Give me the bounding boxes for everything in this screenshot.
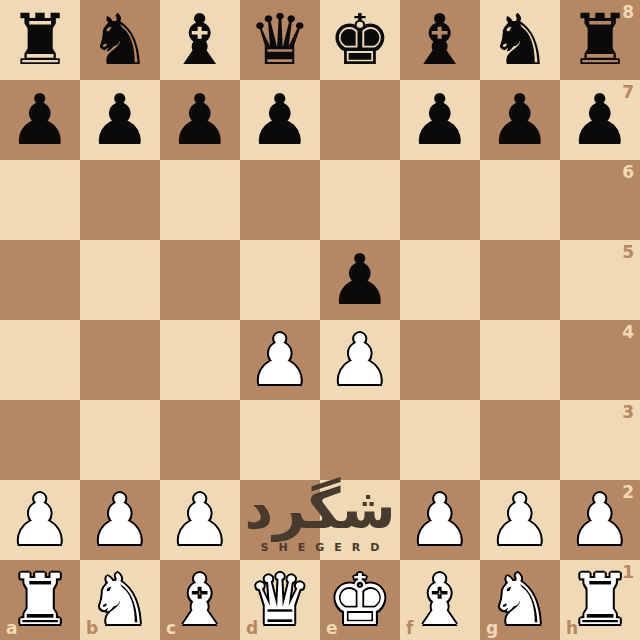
- square-g3[interactable]: [480, 400, 560, 480]
- rank-label-1: 1: [622, 564, 634, 581]
- square-h7[interactable]: ♟7: [560, 80, 640, 160]
- black-bishop: ♝: [160, 0, 240, 80]
- square-h1[interactable]: ♜1h: [560, 560, 640, 640]
- square-e1[interactable]: ♚e: [320, 560, 400, 640]
- square-d4[interactable]: ♟: [240, 320, 320, 400]
- square-b7[interactable]: ♟: [80, 80, 160, 160]
- rank-label-8: 8: [622, 4, 634, 21]
- square-b6[interactable]: [80, 160, 160, 240]
- black-knight: ♞: [80, 0, 160, 80]
- square-f2[interactable]: ♟: [400, 480, 480, 560]
- square-c3[interactable]: [160, 400, 240, 480]
- square-c7[interactable]: ♟: [160, 80, 240, 160]
- square-e7[interactable]: [320, 80, 400, 160]
- chess-board: ♜♞♝♛♚♝♞♜8♟♟♟♟♟♟♟76♟5♟♟43♟♟♟♟♟♟2♜a♞b♝c♛d♚…: [0, 0, 640, 640]
- black-knight: ♞: [480, 0, 560, 80]
- black-pawn: ♟: [240, 80, 320, 160]
- white-pawn: ♟: [0, 480, 80, 560]
- white-pawn: ♟: [240, 320, 320, 400]
- square-b5[interactable]: [80, 240, 160, 320]
- square-g2[interactable]: ♟: [480, 480, 560, 560]
- file-label-g: g: [486, 620, 498, 637]
- square-d2[interactable]: [240, 480, 320, 560]
- square-g6[interactable]: [480, 160, 560, 240]
- square-d3[interactable]: [240, 400, 320, 480]
- square-e6[interactable]: [320, 160, 400, 240]
- square-f1[interactable]: ♝f: [400, 560, 480, 640]
- black-pawn: ♟: [400, 80, 480, 160]
- white-pawn: ♟: [80, 480, 160, 560]
- black-pawn: ♟: [80, 80, 160, 160]
- square-g8[interactable]: ♞: [480, 0, 560, 80]
- square-e4[interactable]: ♟: [320, 320, 400, 400]
- square-d5[interactable]: [240, 240, 320, 320]
- black-bishop: ♝: [400, 0, 480, 80]
- square-e2[interactable]: [320, 480, 400, 560]
- square-c6[interactable]: [160, 160, 240, 240]
- square-a1[interactable]: ♜a: [0, 560, 80, 640]
- square-d1[interactable]: ♛d: [240, 560, 320, 640]
- square-c4[interactable]: [160, 320, 240, 400]
- square-h4[interactable]: 4: [560, 320, 640, 400]
- file-label-d: d: [246, 620, 258, 637]
- square-f8[interactable]: ♝: [400, 0, 480, 80]
- square-c8[interactable]: ♝: [160, 0, 240, 80]
- white-pawn: ♟: [160, 480, 240, 560]
- square-c1[interactable]: ♝c: [160, 560, 240, 640]
- rank-label-2: 2: [622, 484, 634, 501]
- black-rook: ♜: [0, 0, 80, 80]
- square-a8[interactable]: ♜: [0, 0, 80, 80]
- rank-label-7: 7: [622, 84, 634, 101]
- square-h3[interactable]: 3: [560, 400, 640, 480]
- square-c2[interactable]: ♟: [160, 480, 240, 560]
- black-pawn: ♟: [160, 80, 240, 160]
- white-pawn: ♟: [320, 320, 400, 400]
- square-a7[interactable]: ♟: [0, 80, 80, 160]
- rank-label-5: 5: [622, 244, 634, 261]
- square-g5[interactable]: [480, 240, 560, 320]
- square-b2[interactable]: ♟: [80, 480, 160, 560]
- square-a2[interactable]: ♟: [0, 480, 80, 560]
- square-b3[interactable]: [80, 400, 160, 480]
- black-pawn: ♟: [320, 240, 400, 320]
- square-e5[interactable]: ♟: [320, 240, 400, 320]
- file-label-e: e: [326, 620, 338, 637]
- white-pawn: ♟: [480, 480, 560, 560]
- square-b1[interactable]: ♞b: [80, 560, 160, 640]
- black-queen: ♛: [240, 0, 320, 80]
- square-g1[interactable]: ♞g: [480, 560, 560, 640]
- square-f7[interactable]: ♟: [400, 80, 480, 160]
- square-a3[interactable]: [0, 400, 80, 480]
- file-label-f: f: [406, 620, 413, 637]
- square-e8[interactable]: ♚: [320, 0, 400, 80]
- file-label-a: a: [6, 620, 17, 637]
- square-h8[interactable]: ♜8: [560, 0, 640, 80]
- black-pawn: ♟: [0, 80, 80, 160]
- black-king: ♚: [320, 0, 400, 80]
- rank-label-6: 6: [622, 164, 634, 181]
- square-d8[interactable]: ♛: [240, 0, 320, 80]
- file-label-c: c: [166, 620, 176, 637]
- rank-label-4: 4: [622, 324, 634, 341]
- white-pawn: ♟: [400, 480, 480, 560]
- square-f5[interactable]: [400, 240, 480, 320]
- square-e3[interactable]: [320, 400, 400, 480]
- square-d6[interactable]: [240, 160, 320, 240]
- square-d7[interactable]: ♟: [240, 80, 320, 160]
- square-g7[interactable]: ♟: [480, 80, 560, 160]
- square-g4[interactable]: [480, 320, 560, 400]
- square-h2[interactable]: ♟2: [560, 480, 640, 560]
- square-h6[interactable]: 6: [560, 160, 640, 240]
- square-b4[interactable]: [80, 320, 160, 400]
- rank-label-3: 3: [622, 404, 634, 421]
- square-c5[interactable]: [160, 240, 240, 320]
- square-a5[interactable]: [0, 240, 80, 320]
- square-a4[interactable]: [0, 320, 80, 400]
- square-b8[interactable]: ♞: [80, 0, 160, 80]
- file-label-h: h: [566, 620, 578, 637]
- file-label-b: b: [86, 620, 98, 637]
- square-f3[interactable]: [400, 400, 480, 480]
- square-h5[interactable]: 5: [560, 240, 640, 320]
- square-a6[interactable]: [0, 160, 80, 240]
- square-f6[interactable]: [400, 160, 480, 240]
- square-f4[interactable]: [400, 320, 480, 400]
- black-pawn: ♟: [480, 80, 560, 160]
